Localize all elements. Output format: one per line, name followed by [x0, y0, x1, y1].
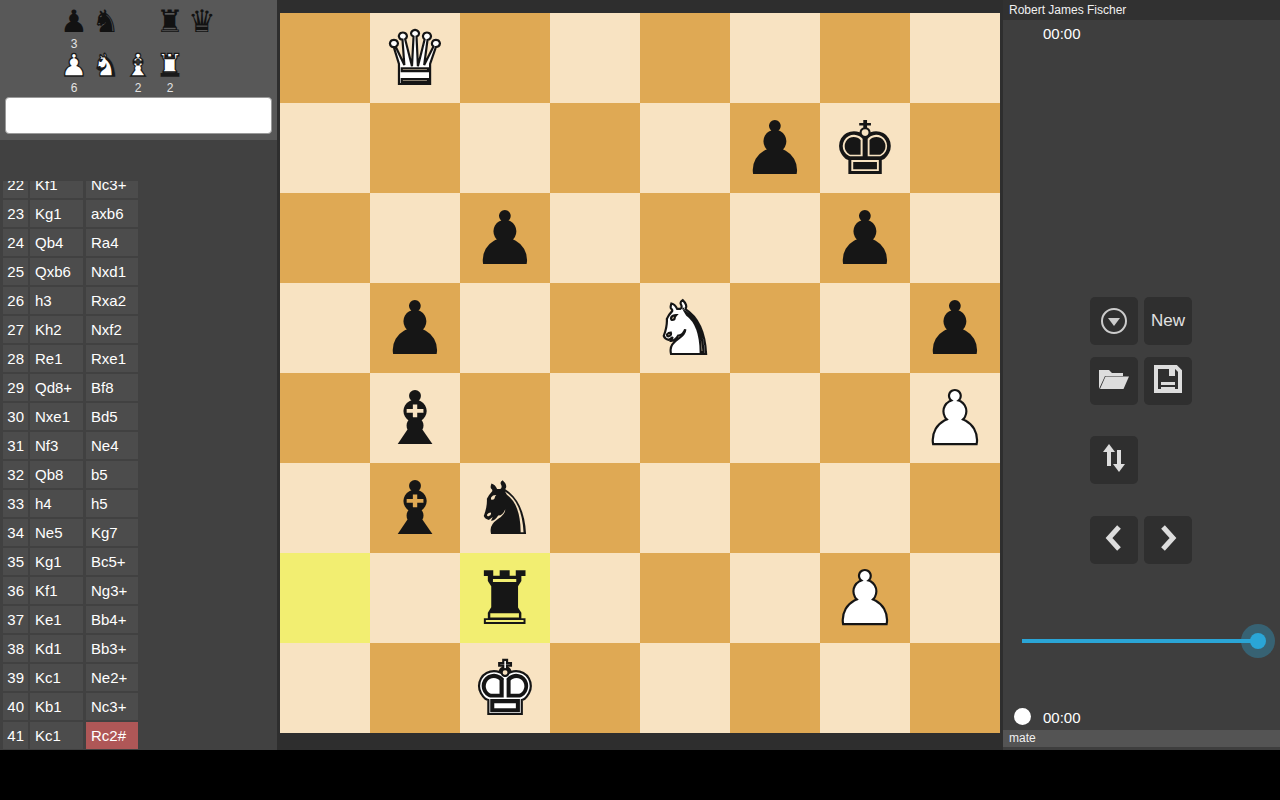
black-move[interactable]: Bb4+ — [86, 606, 138, 633]
black-clock: 00:00 — [1043, 709, 1081, 726]
black-pawn-piece[interactable]: ♟ — [922, 283, 988, 373]
move-row: 23Kg1axb6 — [0, 200, 277, 227]
square-a1[interactable] — [280, 643, 370, 733]
move-number: 23 — [3, 200, 28, 227]
square-e7[interactable] — [640, 103, 730, 193]
move-row: 32Qb8b5 — [0, 461, 277, 488]
floppy-save-icon — [1152, 363, 1184, 399]
move-number: 41 — [3, 722, 28, 749]
status-bar: mate — [1003, 730, 1280, 747]
move-row: 30Nxe1Bd5 — [0, 403, 277, 430]
square-f8[interactable] — [730, 13, 820, 103]
captured-count: 6 — [56, 81, 92, 95]
black-move[interactable]: Bd5 — [86, 403, 138, 430]
square-c6[interactable]: ♟ — [460, 193, 550, 283]
move-row: 28Re1Rxe1 — [0, 345, 277, 372]
chevron-left-icon — [1104, 524, 1124, 556]
square-f6[interactable] — [730, 193, 820, 283]
move-number: 31 — [3, 432, 28, 459]
black-move[interactable]: Ra4 — [86, 229, 138, 256]
white-move[interactable]: h4 — [30, 490, 83, 517]
black-move[interactable]: Kg7 — [86, 519, 138, 546]
move-number: 35 — [3, 548, 28, 575]
move-number: 38 — [3, 635, 28, 662]
black-move[interactable]: Rxa2 — [86, 287, 138, 314]
up-down-arrows-icon — [1101, 443, 1127, 477]
square-e5[interactable]: ♞ — [640, 283, 730, 373]
black-move[interactable]: Nc3+ — [86, 693, 138, 720]
white-move[interactable]: Ke1 — [30, 606, 83, 633]
engine-status-dot — [1014, 708, 1031, 725]
black-move[interactable]: Nxd1 — [86, 258, 138, 285]
square-h2[interactable] — [910, 553, 1000, 643]
move-number: 22 — [3, 181, 28, 198]
square-c2[interactable]: ♜ — [460, 553, 550, 643]
slider-thumb[interactable] — [1250, 633, 1266, 649]
move-row: 40Kb1Nc3+ — [0, 693, 277, 720]
white-move[interactable]: Qd8+ — [30, 374, 83, 401]
white-move[interactable]: Qb8 — [30, 461, 83, 488]
move-row: 26h3Rxa2 — [0, 287, 277, 314]
white-move[interactable]: Kb1 — [30, 693, 83, 720]
square-f7[interactable]: ♟ — [730, 103, 820, 193]
white-move[interactable]: Kg1 — [30, 548, 83, 575]
white-knight-piece[interactable]: ♞ — [652, 283, 718, 373]
square-h6[interactable] — [910, 193, 1000, 283]
white-move[interactable]: Kc1 — [30, 722, 83, 749]
square-g7[interactable]: ♚ — [820, 103, 910, 193]
move-number: 26 — [3, 287, 28, 314]
move-number: 40 — [3, 693, 28, 720]
move-row: 29Qd8+Bf8 — [0, 374, 277, 401]
square-d5[interactable] — [550, 283, 640, 373]
square-a7[interactable] — [280, 103, 370, 193]
square-g6[interactable]: ♟ — [820, 193, 910, 283]
move-number: 30 — [3, 403, 28, 430]
square-e4[interactable] — [640, 373, 730, 463]
square-b2[interactable] — [370, 553, 460, 643]
black-move[interactable]: b5 — [86, 461, 138, 488]
folder-open-icon — [1097, 366, 1131, 396]
captured-white-p-icon: ♟ — [56, 48, 92, 82]
square-d3[interactable] — [550, 463, 640, 553]
black-pawn-piece[interactable]: ♟ — [742, 103, 808, 193]
square-a5[interactable] — [280, 283, 370, 373]
square-e6[interactable] — [640, 193, 730, 283]
move-number: 32 — [3, 461, 28, 488]
square-h3[interactable] — [910, 463, 1000, 553]
black-move[interactable]: h5 — [86, 490, 138, 517]
square-h8[interactable] — [910, 13, 1000, 103]
white-pawn-piece[interactable]: ♟ — [922, 373, 988, 463]
square-h5[interactable]: ♟ — [910, 283, 1000, 373]
black-pawn-piece[interactable]: ♟ — [832, 193, 898, 283]
move-row: 33h4h5 — [0, 490, 277, 517]
black-move[interactable]: Ng3+ — [86, 577, 138, 604]
square-c3[interactable]: ♞ — [460, 463, 550, 553]
square-f1[interactable] — [730, 643, 820, 733]
black-bishop-piece[interactable]: ♝ — [382, 373, 448, 463]
white-clock: 00:00 — [1043, 25, 1081, 42]
square-f2[interactable] — [730, 553, 820, 643]
square-g4[interactable] — [820, 373, 910, 463]
move-number: 37 — [3, 606, 28, 633]
square-d8[interactable] — [550, 13, 640, 103]
square-b7[interactable] — [370, 103, 460, 193]
move-number: 33 — [3, 490, 28, 517]
square-a4[interactable] — [280, 373, 370, 463]
black-move[interactable]: Bf8 — [86, 374, 138, 401]
move-number: 36 — [3, 577, 28, 604]
black-move[interactable]: Nc3+ — [86, 181, 138, 198]
move-row: 39Kc1Ne2+ — [0, 664, 277, 691]
chess-board[interactable]: ♛♟♚♟♟♟♞♟♝♟♝♞♜♟♚ — [280, 13, 1000, 733]
right-panel: Robert James Fischer 00:00 New — [1003, 0, 1280, 750]
captured-black-q-icon: ♛ — [184, 4, 220, 38]
captured-black-n-icon: ♞ — [88, 4, 124, 38]
white-move[interactable]: Qxb6 — [30, 258, 83, 285]
square-d6[interactable] — [550, 193, 640, 283]
android-nav-bar: ◁ ○ □ — [0, 750, 1280, 800]
square-d1[interactable] — [550, 643, 640, 733]
square-f4[interactable] — [730, 373, 820, 463]
square-d4[interactable] — [550, 373, 640, 463]
move-number: 25 — [3, 258, 28, 285]
white-move[interactable]: Nxe1 — [30, 403, 83, 430]
square-b5[interactable]: ♟ — [370, 283, 460, 373]
square-h1[interactable] — [910, 643, 1000, 733]
move-row: 31Nf3Ne4 — [0, 432, 277, 459]
captured-white-n-icon: ♞ — [88, 48, 124, 82]
white-move[interactable]: Kd1 — [30, 635, 83, 662]
move-list-section: 22Kf1Nc3+23Kg1axb624Qb4Ra425Qxb6Nxd126h3… — [0, 140, 277, 750]
white-move[interactable]: Kf1 — [30, 577, 83, 604]
square-c5[interactable] — [460, 283, 550, 373]
black-pawn-piece[interactable]: ♟ — [472, 193, 538, 283]
square-c7[interactable] — [460, 103, 550, 193]
black-move[interactable]: Ne4 — [86, 432, 138, 459]
move-number: 27 — [3, 316, 28, 343]
white-king-piece[interactable]: ♚ — [472, 643, 538, 733]
captured-black-r-icon: ♜ — [152, 4, 188, 38]
square-a3[interactable] — [280, 463, 370, 553]
move-number: 29 — [3, 374, 28, 401]
square-g3[interactable] — [820, 463, 910, 553]
chevron-right-icon — [1158, 524, 1178, 556]
circle-dropdown-icon — [1101, 308, 1127, 334]
square-d2[interactable] — [550, 553, 640, 643]
black-move[interactable]: Bc5+ — [86, 548, 138, 575]
white-move[interactable]: Qb4 — [30, 229, 83, 256]
move-row: 35Kg1Bc5+ — [0, 548, 277, 575]
black-move[interactable]: Rc2# — [86, 722, 138, 749]
black-knight-piece[interactable]: ♞ — [472, 463, 538, 553]
square-g2[interactable]: ♟ — [820, 553, 910, 643]
move-row: 25Qxb6Nxd1 — [0, 258, 277, 285]
black-pawn-piece[interactable]: ♟ — [382, 283, 448, 373]
white-move[interactable]: Ne5 — [30, 519, 83, 546]
black-rook-piece[interactable]: ♜ — [472, 553, 538, 643]
move-row: 38Kd1Bb3+ — [0, 635, 277, 662]
captured-count: 2 — [152, 81, 188, 95]
white-move[interactable]: Nf3 — [30, 432, 83, 459]
square-f3[interactable] — [730, 463, 820, 553]
black-king-piece[interactable]: ♚ — [832, 103, 898, 193]
move-list[interactable]: 22Kf1Nc3+23Kg1axb624Qb4Ra425Qxb6Nxd126h3… — [0, 181, 277, 750]
square-c8[interactable] — [460, 13, 550, 103]
captured-white-r-icon: ♜ — [152, 48, 188, 82]
move-number: 24 — [3, 229, 28, 256]
flip-board-button[interactable] — [1090, 436, 1138, 484]
square-b8[interactable]: ♛ — [370, 13, 460, 103]
move-row: 22Kf1Nc3+ — [0, 181, 277, 198]
black-move[interactable]: axb6 — [86, 200, 138, 227]
square-c4[interactable] — [460, 373, 550, 463]
captured-white-b-icon: ♝ — [120, 48, 156, 82]
white-move[interactable]: h3 — [30, 287, 83, 314]
square-e3[interactable] — [640, 463, 730, 553]
move-row: 37Ke1Bb4+ — [0, 606, 277, 633]
square-d7[interactable] — [550, 103, 640, 193]
previous-move-button[interactable] — [1090, 516, 1138, 564]
left-panel: ♟3♞♜♛♟6♞♝2♜2 22Kf1Nc3+23Kg1axb624Qb4Ra42… — [0, 0, 277, 750]
open-file-button[interactable] — [1090, 357, 1138, 405]
square-g8[interactable] — [820, 13, 910, 103]
captured-count: 2 — [120, 81, 156, 95]
square-b1[interactable] — [370, 643, 460, 733]
square-c1[interactable]: ♚ — [460, 643, 550, 733]
move-row: 27Kh2Nxf2 — [0, 316, 277, 343]
captured-black-p-icon: ♟ — [56, 4, 92, 38]
square-e1[interactable] — [640, 643, 730, 733]
white-move[interactable]: Kh2 — [30, 316, 83, 343]
square-h4[interactable]: ♟ — [910, 373, 1000, 463]
square-e2[interactable] — [640, 553, 730, 643]
move-row: 34Ne5Kg7 — [0, 519, 277, 546]
square-g5[interactable] — [820, 283, 910, 373]
white-pawn-piece[interactable]: ♟ — [832, 553, 898, 643]
move-row: 41Kc1Rc2# — [0, 722, 277, 749]
move-input[interactable] — [5, 97, 272, 134]
move-number: 28 — [3, 345, 28, 372]
new-game-button[interactable]: New — [1144, 297, 1192, 345]
move-number: 39 — [3, 664, 28, 691]
next-move-button[interactable] — [1144, 516, 1192, 564]
square-b3[interactable]: ♝ — [370, 463, 460, 553]
game-select-dropdown-button[interactable] — [1090, 297, 1138, 345]
square-a8[interactable] — [280, 13, 370, 103]
white-queen-piece[interactable]: ♛ — [382, 13, 448, 103]
white-move[interactable]: Kf1 — [30, 181, 83, 198]
white-move[interactable]: Re1 — [30, 345, 83, 372]
black-move[interactable]: Ne2+ — [86, 664, 138, 691]
square-a6[interactable] — [280, 193, 370, 283]
square-h7[interactable] — [910, 103, 1000, 193]
save-file-button[interactable] — [1144, 357, 1192, 405]
white-move[interactable]: Kc1 — [30, 664, 83, 691]
square-b6[interactable] — [370, 193, 460, 283]
white-move[interactable]: Kg1 — [30, 200, 83, 227]
black-move[interactable]: Nxf2 — [86, 316, 138, 343]
black-bishop-piece[interactable]: ♝ — [382, 463, 448, 553]
square-e8[interactable] — [640, 13, 730, 103]
square-b4[interactable]: ♝ — [370, 373, 460, 463]
game-position-slider[interactable] — [1022, 639, 1259, 643]
square-a2[interactable] — [280, 553, 370, 643]
black-move[interactable]: Rxe1 — [86, 345, 138, 372]
black-move[interactable]: Bb3+ — [86, 635, 138, 662]
square-g1[interactable] — [820, 643, 910, 733]
square-f5[interactable] — [730, 283, 820, 373]
player-name: Robert James Fischer — [1003, 0, 1280, 20]
move-row: 36Kf1Ng3+ — [0, 577, 277, 604]
move-row: 24Qb4Ra4 — [0, 229, 277, 256]
move-number: 34 — [3, 519, 28, 546]
